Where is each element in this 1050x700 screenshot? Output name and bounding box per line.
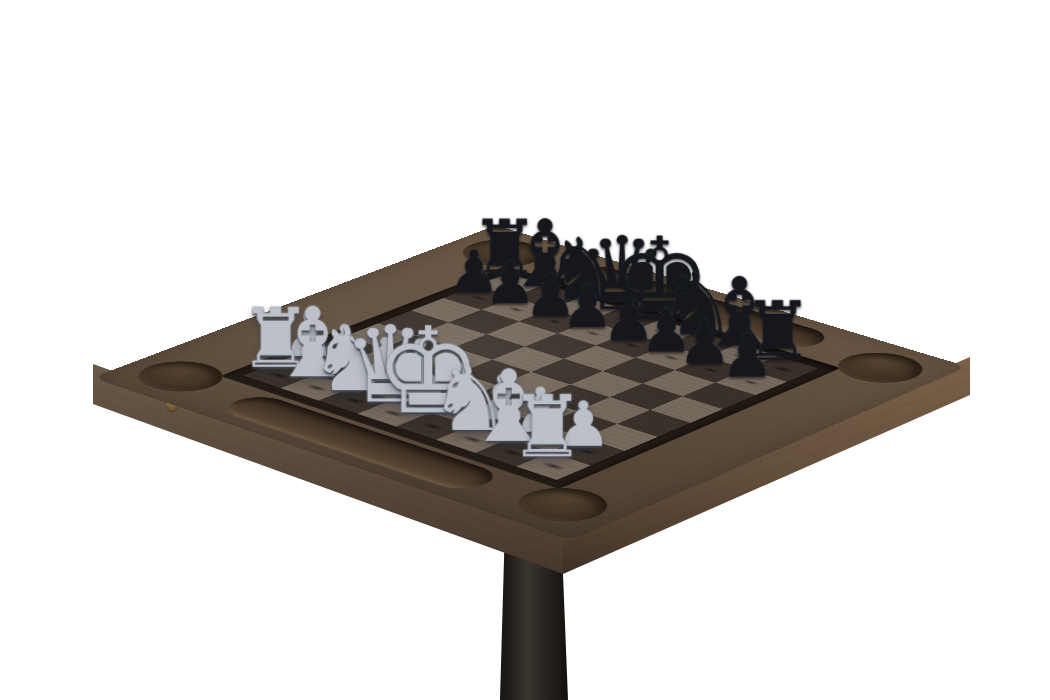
chess-board: ♜♝♞♛♚♞♝♜♟♟♟♟♟♟♟♟♟♟♟♟♟♟♟♟♜♝♞♛♚♞♝♜	[243, 273, 819, 480]
white-rook: ♜	[485, 386, 610, 467]
table-top: ♜♝♞♛♚♞♝♜♟♟♟♟♟♟♟♟♟♟♟♟♟♟♟♟♜♝♞♛♚♞♝♜	[93, 225, 968, 540]
square-h1: ♜	[516, 452, 591, 480]
perspective-scene: ♜♝♞♛♚♞♝♜♟♟♟♟♟♟♟♟♟♟♟♟♟♟♟♟♜♝♞♛♚♞♝♜	[0, 0, 1050, 700]
black-pawn: ♟	[687, 327, 808, 384]
cup-holder-right-corner	[821, 347, 939, 389]
table-surface: ♜♝♞♛♚♞♝♜♟♟♟♟♟♟♟♟♟♟♟♟♟♟♟♟♜♝♞♛♚♞♝♜	[93, 225, 968, 540]
cup-holder-near-corner	[500, 481, 625, 529]
board-well: ♜♝♞♛♚♞♝♜♟♟♟♟♟♟♟♟♟♟♟♟♟♟♟♟♜♝♞♛♚♞♝♜	[220, 266, 841, 489]
photo-stage: ♜♝♞♛♚♞♝♜♟♟♟♟♟♟♟♟♟♟♟♟♟♟♟♟♜♝♞♛♚♞♝♜	[0, 0, 1050, 700]
